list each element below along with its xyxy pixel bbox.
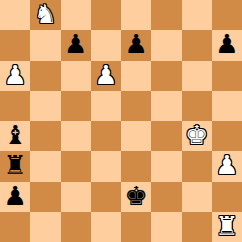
square-e1[interactable] xyxy=(121,212,151,242)
square-c7[interactable]: ♟ xyxy=(61,30,91,60)
chessboard: ♞♟♟♟♟♟♝♚♜♟♟♚♜ xyxy=(0,0,242,242)
square-d6[interactable]: ♟ xyxy=(91,61,121,91)
black-pawn[interactable]: ♟ xyxy=(3,182,26,211)
black-pawn[interactable]: ♟ xyxy=(64,30,87,59)
square-f8[interactable] xyxy=(151,0,181,30)
square-c5[interactable] xyxy=(61,91,91,121)
square-c3[interactable] xyxy=(61,151,91,181)
square-f7[interactable] xyxy=(151,30,181,60)
square-b2[interactable] xyxy=(30,182,60,212)
square-h2[interactable] xyxy=(212,182,242,212)
white-king[interactable]: ♚ xyxy=(185,121,208,150)
square-c8[interactable] xyxy=(61,0,91,30)
square-g1[interactable] xyxy=(182,212,212,242)
white-rook[interactable]: ♜ xyxy=(215,212,238,241)
square-g3[interactable] xyxy=(182,151,212,181)
square-h5[interactable] xyxy=(212,91,242,121)
white-knight[interactable]: ♞ xyxy=(34,0,57,29)
square-f3[interactable] xyxy=(151,151,181,181)
black-king[interactable]: ♚ xyxy=(124,182,147,211)
square-a4[interactable]: ♝ xyxy=(0,121,30,151)
square-d8[interactable] xyxy=(91,0,121,30)
white-pawn[interactable]: ♟ xyxy=(3,61,26,90)
square-a2[interactable]: ♟ xyxy=(0,182,30,212)
square-g5[interactable] xyxy=(182,91,212,121)
black-rook[interactable]: ♜ xyxy=(3,151,26,180)
square-b7[interactable] xyxy=(30,30,60,60)
square-b8[interactable]: ♞ xyxy=(30,0,60,30)
square-b4[interactable] xyxy=(30,121,60,151)
square-a6[interactable]: ♟ xyxy=(0,61,30,91)
square-c1[interactable] xyxy=(61,212,91,242)
square-g8[interactable] xyxy=(182,0,212,30)
square-a7[interactable] xyxy=(0,30,30,60)
square-e6[interactable] xyxy=(121,61,151,91)
square-a5[interactable] xyxy=(0,91,30,121)
square-h1[interactable]: ♜ xyxy=(212,212,242,242)
square-d2[interactable] xyxy=(91,182,121,212)
black-bishop[interactable]: ♝ xyxy=(3,121,26,150)
square-b5[interactable] xyxy=(30,91,60,121)
square-f5[interactable] xyxy=(151,91,181,121)
square-e2[interactable]: ♚ xyxy=(121,182,151,212)
square-g2[interactable] xyxy=(182,182,212,212)
black-pawn[interactable]: ♟ xyxy=(124,30,147,59)
square-d3[interactable] xyxy=(91,151,121,181)
square-c6[interactable] xyxy=(61,61,91,91)
square-h7[interactable]: ♟ xyxy=(212,30,242,60)
square-a8[interactable] xyxy=(0,0,30,30)
square-b1[interactable] xyxy=(30,212,60,242)
square-c2[interactable] xyxy=(61,182,91,212)
square-f1[interactable] xyxy=(151,212,181,242)
square-e5[interactable] xyxy=(121,91,151,121)
square-h8[interactable] xyxy=(212,0,242,30)
square-b6[interactable] xyxy=(30,61,60,91)
square-e4[interactable] xyxy=(121,121,151,151)
square-f2[interactable] xyxy=(151,182,181,212)
square-h3[interactable]: ♟ xyxy=(212,151,242,181)
white-pawn[interactable]: ♟ xyxy=(215,151,238,180)
square-f4[interactable] xyxy=(151,121,181,151)
square-h4[interactable] xyxy=(212,121,242,151)
square-d7[interactable] xyxy=(91,30,121,60)
square-c4[interactable] xyxy=(61,121,91,151)
white-pawn[interactable]: ♟ xyxy=(94,61,117,90)
square-d1[interactable] xyxy=(91,212,121,242)
square-g7[interactable] xyxy=(182,30,212,60)
black-pawn[interactable]: ♟ xyxy=(215,30,238,59)
square-h6[interactable] xyxy=(212,61,242,91)
square-f6[interactable] xyxy=(151,61,181,91)
square-e8[interactable] xyxy=(121,0,151,30)
square-b3[interactable] xyxy=(30,151,60,181)
square-d4[interactable] xyxy=(91,121,121,151)
square-a3[interactable]: ♜ xyxy=(0,151,30,181)
square-g4[interactable]: ♚ xyxy=(182,121,212,151)
square-d5[interactable] xyxy=(91,91,121,121)
square-g6[interactable] xyxy=(182,61,212,91)
square-e3[interactable] xyxy=(121,151,151,181)
square-e7[interactable]: ♟ xyxy=(121,30,151,60)
square-a1[interactable] xyxy=(0,212,30,242)
